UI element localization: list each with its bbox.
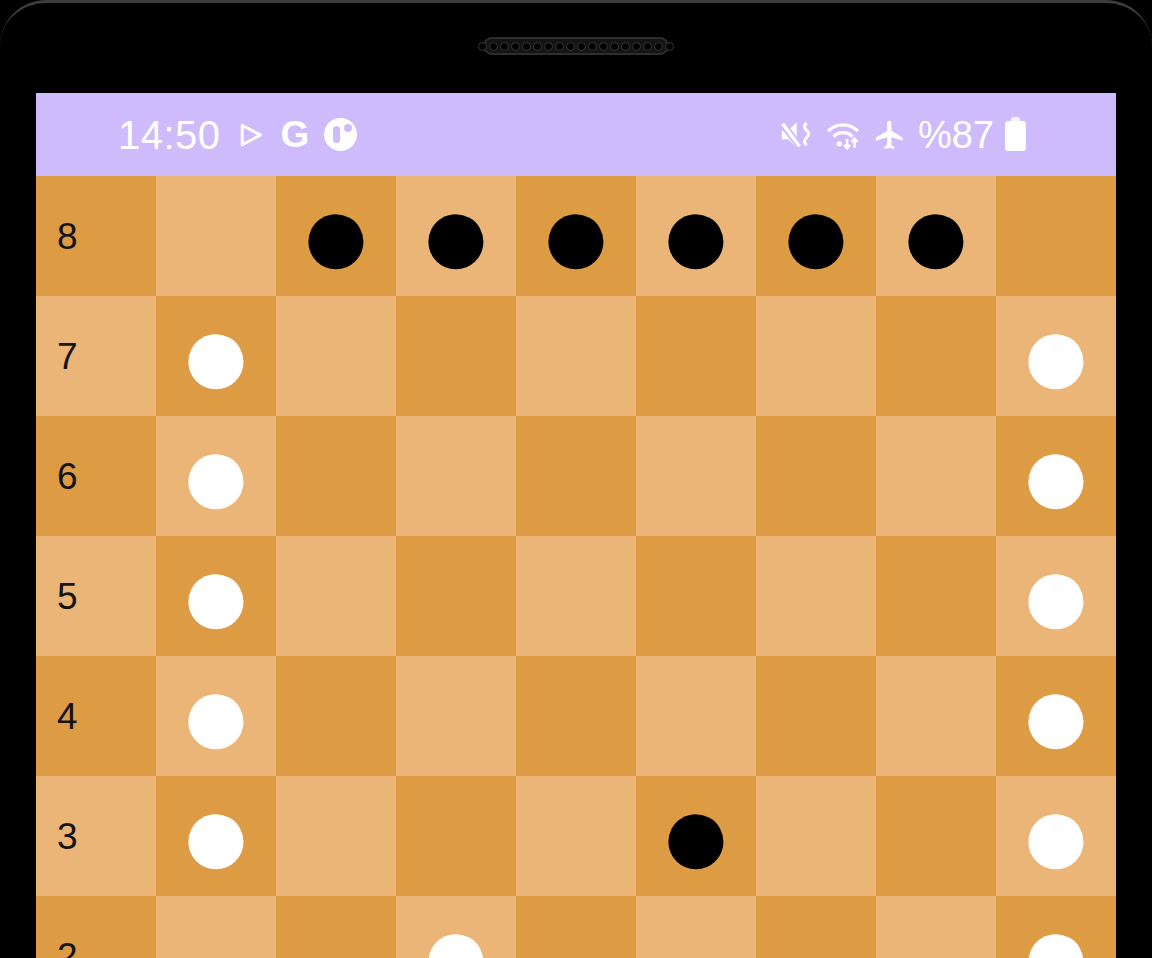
board-cell[interactable] bbox=[636, 416, 756, 536]
board-cell[interactable]: ● bbox=[156, 536, 276, 656]
black-piece[interactable]: ● bbox=[657, 770, 734, 898]
speaker-hole bbox=[599, 42, 608, 51]
board-cell[interactable] bbox=[516, 896, 636, 958]
rank-label: 4 bbox=[57, 698, 78, 735]
board-cell[interactable]: ● bbox=[996, 896, 1116, 958]
rank-label: 5 bbox=[57, 578, 78, 615]
battery-icon bbox=[1005, 121, 1026, 151]
board-cell[interactable]: ● bbox=[636, 176, 756, 296]
board-cell[interactable] bbox=[276, 656, 396, 776]
board-cell[interactable] bbox=[396, 416, 516, 536]
rank-label-cell: 3 bbox=[36, 776, 156, 896]
board-cell[interactable]: ● bbox=[156, 296, 276, 416]
speaker-hole bbox=[522, 42, 531, 51]
battery-percent-text: %87 bbox=[918, 116, 994, 154]
black-piece[interactable]: ● bbox=[897, 176, 974, 298]
black-piece[interactable]: ● bbox=[297, 176, 374, 298]
board-cell[interactable] bbox=[156, 176, 276, 296]
board-cell[interactable] bbox=[876, 296, 996, 416]
status-time: 14:50 bbox=[118, 115, 221, 155]
black-piece[interactable]: ● bbox=[657, 176, 734, 298]
rank-label: 8 bbox=[57, 218, 78, 255]
white-piece[interactable]: ● bbox=[177, 530, 254, 658]
rank-label-cell: 4 bbox=[36, 656, 156, 776]
board-cell[interactable]: ● bbox=[996, 776, 1116, 896]
board-cell[interactable] bbox=[516, 776, 636, 896]
board-cell[interactable] bbox=[876, 896, 996, 958]
speaker-hole bbox=[555, 42, 564, 51]
speaker-hole bbox=[610, 42, 619, 51]
board-cell[interactable] bbox=[996, 176, 1116, 296]
status-bar-right: %87 bbox=[779, 116, 1026, 154]
board-cell[interactable]: ● bbox=[756, 176, 876, 296]
speaker-hole bbox=[632, 42, 641, 51]
board-cell[interactable] bbox=[396, 776, 516, 896]
board-cell[interactable]: ● bbox=[996, 656, 1116, 776]
board-cell[interactable] bbox=[396, 536, 516, 656]
mute-vibrate-icon bbox=[779, 118, 813, 152]
device-screen: 14:50 G bbox=[36, 93, 1116, 958]
board-cell[interactable] bbox=[756, 296, 876, 416]
google-g-icon: G bbox=[281, 116, 310, 153]
board-cell[interactable] bbox=[516, 416, 636, 536]
black-piece[interactable]: ● bbox=[537, 176, 614, 298]
speaker-hole bbox=[654, 42, 663, 51]
speaker-hole bbox=[533, 42, 542, 51]
play-store-icon bbox=[236, 120, 266, 150]
board-cell[interactable] bbox=[516, 536, 636, 656]
board-cell[interactable]: ● bbox=[996, 416, 1116, 536]
board-cell[interactable] bbox=[516, 296, 636, 416]
board-cell[interactable] bbox=[276, 296, 396, 416]
board-cell[interactable] bbox=[396, 656, 516, 776]
rank-label: 7 bbox=[57, 338, 78, 375]
speaker-hole bbox=[643, 42, 652, 51]
white-piece[interactable]: ● bbox=[177, 770, 254, 898]
rank-label: 2 bbox=[57, 938, 78, 958]
board-cell[interactable] bbox=[756, 416, 876, 536]
board-cell[interactable]: ● bbox=[636, 776, 756, 896]
board-cell[interactable] bbox=[276, 416, 396, 536]
white-piece[interactable]: ● bbox=[177, 290, 254, 418]
board-cell[interactable] bbox=[636, 656, 756, 776]
speaker-hole bbox=[665, 42, 674, 51]
rank-label-cell: 6 bbox=[36, 416, 156, 536]
board-cell[interactable] bbox=[276, 776, 396, 896]
white-piece[interactable]: ● bbox=[1017, 410, 1094, 538]
board-cell[interactable]: ● bbox=[996, 296, 1116, 416]
white-piece[interactable]: ● bbox=[417, 890, 494, 958]
airplane-mode-icon bbox=[873, 118, 907, 152]
board-cell[interactable]: ● bbox=[156, 656, 276, 776]
board-cell[interactable]: ● bbox=[276, 176, 396, 296]
app-circle-icon bbox=[324, 118, 357, 151]
white-piece[interactable]: ● bbox=[1017, 890, 1094, 958]
board-cell[interactable] bbox=[636, 296, 756, 416]
rank-label-cell: 5 bbox=[36, 536, 156, 656]
game-board: 8●●●●●●7●●6●●5●●4●●3●●●2●● bbox=[36, 176, 1116, 958]
speaker-hole bbox=[544, 42, 553, 51]
rank-label-cell: 2 bbox=[36, 896, 156, 958]
board-cell[interactable]: ● bbox=[156, 416, 276, 536]
rank-label: 3 bbox=[57, 818, 78, 855]
speaker-hole bbox=[489, 42, 498, 51]
board-cell[interactable] bbox=[756, 536, 876, 656]
board-cell[interactable] bbox=[756, 656, 876, 776]
board-cell[interactable] bbox=[876, 776, 996, 896]
status-bar: 14:50 G bbox=[36, 93, 1116, 176]
board-cell[interactable]: ● bbox=[396, 896, 516, 958]
board-cell[interactable] bbox=[876, 656, 996, 776]
speaker-hole bbox=[588, 42, 597, 51]
board-cell[interactable] bbox=[516, 656, 636, 776]
speaker-hole bbox=[566, 42, 575, 51]
board-cell[interactable] bbox=[876, 416, 996, 536]
board-cell[interactable]: ● bbox=[996, 536, 1116, 656]
board-cell[interactable] bbox=[636, 536, 756, 656]
board-cell[interactable]: ● bbox=[876, 176, 996, 296]
board-cell[interactable] bbox=[396, 296, 516, 416]
speaker-grille bbox=[483, 37, 669, 55]
rank-label-cell: 8 bbox=[36, 176, 156, 296]
board-cell[interactable] bbox=[756, 776, 876, 896]
speaker-hole bbox=[621, 42, 630, 51]
speaker-hole bbox=[478, 42, 487, 51]
rank-label: 6 bbox=[57, 458, 78, 495]
board-cell[interactable] bbox=[636, 896, 756, 958]
board-cell[interactable] bbox=[276, 536, 396, 656]
status-bar-left: 14:50 G bbox=[118, 115, 357, 155]
white-piece[interactable]: ● bbox=[177, 410, 254, 538]
white-piece[interactable]: ● bbox=[1017, 650, 1094, 778]
board-cell[interactable] bbox=[276, 896, 396, 958]
rank-label-cell: 7 bbox=[36, 296, 156, 416]
white-piece[interactable]: ● bbox=[1017, 290, 1094, 418]
white-piece[interactable]: ● bbox=[1017, 530, 1094, 658]
board-cell[interactable]: ● bbox=[156, 776, 276, 896]
speaker-hole bbox=[511, 42, 520, 51]
black-piece[interactable]: ● bbox=[417, 176, 494, 298]
black-piece[interactable]: ● bbox=[777, 176, 854, 298]
board-cell[interactable] bbox=[876, 536, 996, 656]
speaker-hole bbox=[500, 42, 509, 51]
white-piece[interactable]: ● bbox=[177, 650, 254, 778]
wifi-updown-icon bbox=[824, 119, 862, 151]
board-cell[interactable] bbox=[756, 896, 876, 958]
board-cell[interactable]: ● bbox=[516, 176, 636, 296]
board-cell[interactable] bbox=[156, 896, 276, 958]
board-cell[interactable]: ● bbox=[396, 176, 516, 296]
white-piece[interactable]: ● bbox=[1017, 770, 1094, 898]
speaker-hole bbox=[577, 42, 586, 51]
